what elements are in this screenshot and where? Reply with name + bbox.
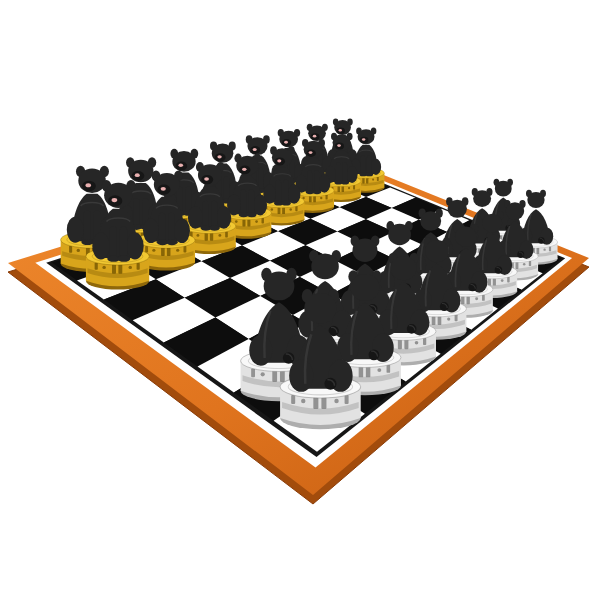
chessboard xyxy=(0,0,600,600)
product-photo-canvas xyxy=(0,0,600,600)
